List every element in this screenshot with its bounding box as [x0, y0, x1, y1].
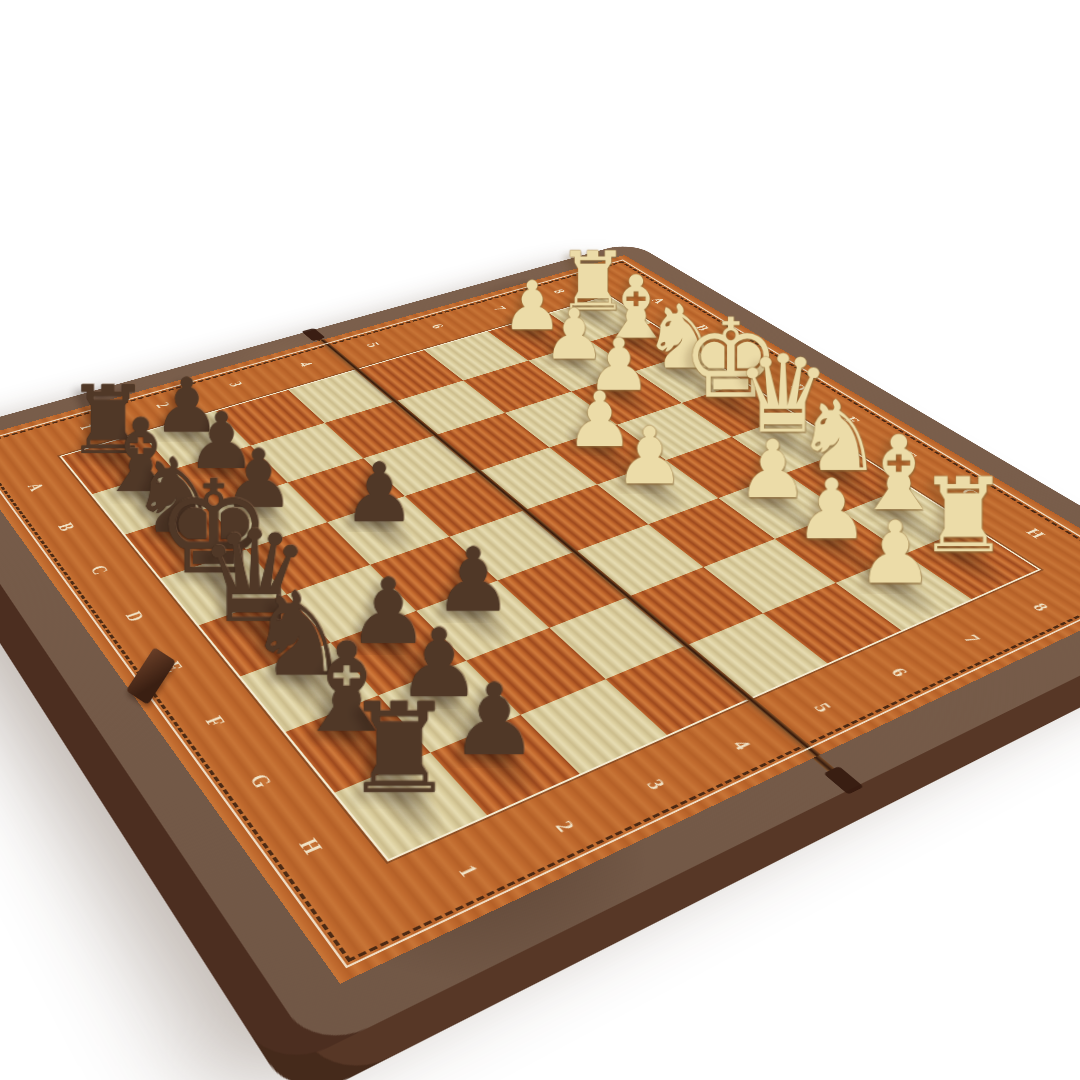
square-h6 [763, 583, 901, 663]
product-photo-scene: ABCDEFGH ABCDEFGH 12345678 12345678 ♜♝♞♚… [0, 0, 1080, 1080]
pawn-icon: ♟ [798, 433, 992, 594]
board-surface: ABCDEFGH ABCDEFGH 12345678 12345678 ♜♝♞♚… [0, 255, 1080, 984]
rook-icon: ♜ [285, 618, 514, 809]
